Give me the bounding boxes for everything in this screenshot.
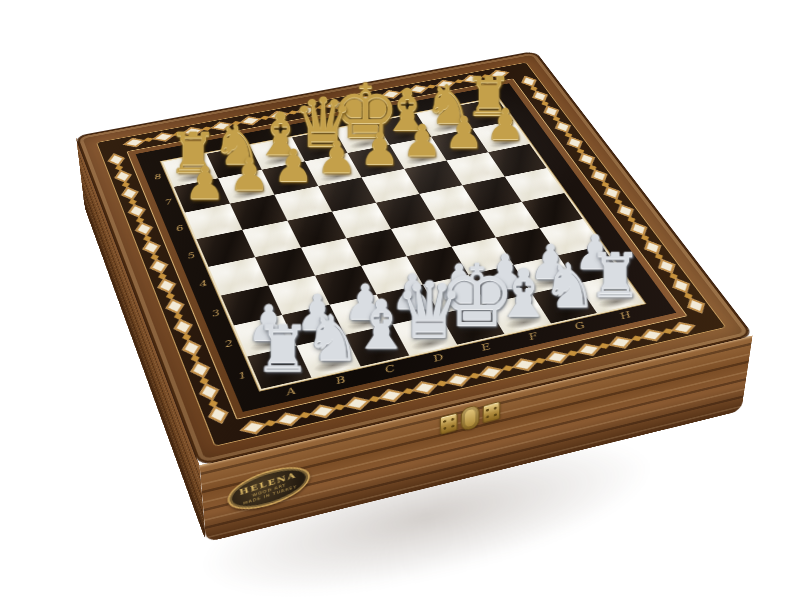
- diamond-inlay: [435, 80, 456, 88]
- small-diamond-inlay: [209, 399, 218, 407]
- diamond-inlay: [173, 319, 192, 335]
- small-diamond-inlay: [182, 333, 191, 341]
- diamond-inlay: [479, 366, 504, 379]
- rank-label-1: 1: [225, 357, 258, 394]
- small-diamond-inlay: [264, 420, 277, 426]
- square-d3[interactable]: [361, 256, 423, 294]
- diamond-inlay: [687, 298, 705, 314]
- square-h1[interactable]: [577, 274, 642, 313]
- diamond-inlay: [107, 153, 124, 166]
- diamond-inlay: [210, 121, 232, 130]
- diamond-inlay: [489, 70, 510, 78]
- file-label-g: G: [552, 314, 607, 337]
- diamond-inlay: [274, 412, 301, 425]
- diamond-inlay: [617, 204, 634, 218]
- diamond-inlay: [142, 240, 160, 254]
- square-e3[interactable]: [407, 247, 469, 285]
- diamond-inlay: [658, 259, 675, 274]
- square-d2[interactable]: [377, 285, 440, 325]
- square-c1[interactable]: [345, 324, 409, 366]
- diamond-inlay: [309, 404, 336, 417]
- small-diamond-inlay: [502, 365, 514, 371]
- small-diamond-inlay: [158, 273, 167, 280]
- small-diamond-inlay: [191, 355, 200, 363]
- latch-hook: [461, 404, 480, 432]
- rank-label-5: 5: [176, 240, 206, 271]
- product-photo-scene: 87654321 ABCDEFGH ♜♞♝♛♚♝♞♜♟♟♟♟♟♟♟♟♟♟♟♟♟♟…: [0, 0, 800, 600]
- diamond-inlay: [543, 105, 559, 117]
- diamond-inlay: [121, 187, 139, 200]
- diamond-inlay: [135, 222, 153, 236]
- diamond-inlay: [445, 373, 471, 386]
- square-g1[interactable]: [532, 284, 597, 324]
- file-label-d: D: [410, 346, 466, 370]
- diamond-inlay: [591, 169, 607, 182]
- small-diamond-inlay: [143, 235, 151, 242]
- diamond-inlay: [644, 240, 661, 254]
- diamond-inlay: [165, 298, 184, 314]
- brand-badge: HELENA WOOD ART MADE IN TURKEY: [224, 459, 313, 518]
- diamond-inlay: [199, 383, 219, 401]
- square-c4[interactable]: [301, 238, 361, 275]
- diamond-inlay: [114, 170, 131, 183]
- diamond-inlay: [604, 186, 620, 199]
- diamond-inlay: [157, 279, 176, 294]
- square-a1[interactable]: [247, 346, 311, 389]
- diamond-inlay: [672, 278, 689, 293]
- diamond-inlay: [512, 358, 537, 371]
- square-d1[interactable]: [393, 314, 458, 355]
- small-diamond-inlay: [670, 273, 678, 280]
- small-diamond-inlay: [567, 350, 578, 356]
- square-d4[interactable]: [346, 229, 406, 266]
- latch-plate-left: [440, 412, 458, 435]
- square-a3[interactable]: [221, 286, 282, 326]
- file-label-h: H: [598, 304, 652, 327]
- diamond-inlay: [555, 121, 571, 133]
- diamond-inlay: [544, 351, 569, 363]
- diamond-inlay: [412, 381, 438, 394]
- square-c3[interactable]: [315, 266, 377, 305]
- rank-label-2: 2: [212, 326, 244, 361]
- diamond-inlay: [190, 361, 210, 378]
- diamond-inlay: [630, 222, 647, 236]
- diamond-inlay: [532, 90, 547, 102]
- diamond-inlay: [127, 204, 145, 218]
- diamond-inlay: [576, 343, 601, 355]
- diamond-inlay: [149, 259, 167, 274]
- square-f1[interactable]: [486, 294, 551, 334]
- diamond-inlay: [122, 138, 145, 147]
- small-diamond-inlay: [535, 358, 547, 364]
- chess-box: 87654321 ABCDEFGH ♜♞♝♛♚♝♞♜♟♟♟♟♟♟♟♟♟♟♟♟♟♟…: [76, 51, 753, 465]
- file-label-f: F: [505, 325, 560, 349]
- small-diamond-inlay: [299, 412, 311, 418]
- diamond-inlay: [352, 95, 373, 104]
- diamond-inlay: [378, 389, 404, 402]
- diamond-inlay: [344, 397, 370, 410]
- coordinate-frame: 87654321 ABCDEFGH: [136, 83, 677, 412]
- small-diamond-inlay: [402, 388, 414, 394]
- square-b4[interactable]: [255, 248, 315, 286]
- file-label-e: E: [458, 335, 513, 359]
- square-a4[interactable]: [209, 257, 269, 295]
- diamond-inlay: [268, 111, 290, 120]
- diamond-inlay: [296, 105, 318, 114]
- square-f3[interactable]: [451, 237, 513, 274]
- small-diamond-inlay: [641, 235, 649, 242]
- small-diamond-inlay: [436, 381, 448, 387]
- small-diamond-inlay: [599, 343, 610, 349]
- latch-plate-right: [483, 401, 501, 424]
- square-b2[interactable]: [282, 305, 345, 346]
- square-a5[interactable]: [197, 230, 255, 267]
- small-diamond-inlay: [166, 292, 175, 299]
- rank-label-4: 4: [188, 267, 218, 300]
- square-h2[interactable]: [558, 246, 622, 284]
- small-diamond-inlay: [655, 253, 663, 260]
- small-diamond-inlay: [662, 328, 673, 334]
- diamond-inlay: [181, 127, 203, 136]
- square-f2[interactable]: [468, 265, 531, 304]
- diamond-inlay: [239, 420, 266, 434]
- file-label-c: C: [361, 357, 417, 382]
- diamond-inlay: [380, 90, 401, 99]
- square-g2[interactable]: [513, 255, 577, 293]
- small-diamond-inlay: [631, 336, 642, 342]
- square-b3[interactable]: [268, 276, 329, 315]
- diamond-inlay: [239, 116, 261, 125]
- file-label-a: A: [262, 379, 319, 405]
- small-diamond-inlay: [334, 404, 346, 410]
- diamond-inlay: [608, 336, 632, 348]
- square-a2[interactable]: [234, 315, 297, 357]
- diamond-inlay: [578, 153, 594, 166]
- diamond-inlay: [152, 132, 175, 141]
- small-diamond-inlay: [200, 377, 209, 385]
- diamond-inlay: [671, 322, 695, 334]
- rank-label-3: 3: [200, 296, 231, 330]
- diamond-inlay: [181, 340, 200, 357]
- small-diamond-inlay: [469, 373, 481, 379]
- file-label-b: B: [312, 368, 368, 393]
- small-diamond-inlay: [174, 313, 183, 320]
- square-e2[interactable]: [423, 275, 486, 314]
- square-e1[interactable]: [440, 304, 505, 345]
- small-diamond-inlay: [368, 396, 380, 402]
- diamond-inlay: [408, 85, 429, 94]
- diamond-inlay: [640, 329, 664, 341]
- diamond-inlay: [208, 406, 228, 424]
- diamond-inlay: [521, 76, 536, 87]
- square-b1[interactable]: [296, 335, 360, 378]
- small-diamond-inlay: [684, 292, 692, 299]
- diamond-inlay: [462, 75, 483, 83]
- diamond-inlay: [566, 137, 582, 149]
- diamond-inlay: [324, 100, 346, 109]
- square-c2[interactable]: [330, 295, 393, 335]
- small-diamond-inlay: [150, 254, 158, 261]
- square-g3[interactable]: [496, 228, 558, 265]
